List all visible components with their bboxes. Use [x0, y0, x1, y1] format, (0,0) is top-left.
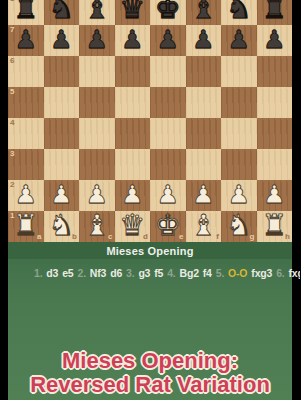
square-a2[interactable]: 2♟ — [8, 180, 44, 211]
piece-black-pawn: ♟ — [157, 27, 179, 52]
move[interactable]: d3 — [46, 267, 58, 279]
square-c3[interactable] — [79, 149, 115, 180]
square-g2[interactable]: ♟ — [221, 180, 257, 211]
video-frame: 8♜♞♝♛♚♝♞♜7♟♟♟♟♟♟♟♟65432♟♟♟♟♟♟♟♟1a♜b♞c♝d♛… — [0, 0, 300, 400]
square-c7[interactable]: ♟ — [79, 25, 115, 56]
piece-black-pawn: ♟ — [121, 27, 143, 52]
square-h7[interactable]: ♟ — [257, 25, 293, 56]
square-e2[interactable]: ♟ — [150, 180, 186, 211]
rank-label-6: 6 — [10, 57, 14, 65]
piece-white-pawn: ♟ — [157, 182, 179, 207]
square-g7[interactable]: ♟ — [221, 25, 257, 56]
piece-black-knight: ♞ — [226, 0, 252, 23]
piece-black-pawn: ♟ — [50, 27, 72, 52]
square-d3[interactable] — [115, 149, 151, 180]
move-number: 5. — [216, 267, 224, 279]
piece-black-pawn: ♟ — [263, 27, 285, 52]
move[interactable]: fxg3 — [289, 267, 301, 279]
caption-line-2: Reversed Rat Variation — [8, 373, 292, 397]
square-a6[interactable]: 6 — [8, 56, 44, 87]
square-g3[interactable] — [221, 149, 257, 180]
square-b8[interactable]: ♞ — [44, 0, 80, 25]
square-d5[interactable] — [115, 87, 151, 118]
move-list: 1.d3e52.Nf3d63.g3f54.Bg2f45.O-Ofxg36.fxg… — [8, 259, 292, 281]
move[interactable]: e5 — [62, 267, 73, 279]
piece-black-rook: ♜ — [261, 0, 287, 23]
rank-label-7: 7 — [10, 26, 14, 34]
move-number: 2. — [78, 267, 86, 279]
square-e1[interactable]: e♚ — [150, 211, 186, 242]
square-g1[interactable]: g♞ — [221, 211, 257, 242]
move-number: 3. — [126, 267, 134, 279]
square-b5[interactable] — [44, 87, 80, 118]
piece-white-knight: ♞ — [226, 211, 252, 240]
file-label-a: a — [37, 233, 41, 241]
piece-white-bishop: ♝ — [84, 211, 110, 240]
piece-white-pawn: ♟ — [263, 182, 285, 207]
square-d7[interactable]: ♟ — [115, 25, 151, 56]
square-h2[interactable]: ♟ — [257, 180, 293, 211]
square-b3[interactable] — [44, 149, 80, 180]
piece-black-pawn: ♟ — [228, 27, 250, 52]
rank-label-4: 4 — [10, 119, 14, 127]
analysis-panel: Mieses Opening 1.d3e52.Nf3d63.g3f54.Bg2f… — [8, 242, 292, 400]
piece-black-pawn: ♟ — [192, 27, 214, 52]
square-f8[interactable]: ♝ — [186, 0, 222, 25]
piece-white-queen: ♛ — [119, 211, 145, 240]
piece-white-pawn: ♟ — [86, 182, 108, 207]
file-label-d: d — [143, 233, 148, 241]
square-d2[interactable]: ♟ — [115, 180, 151, 211]
piece-white-pawn: ♟ — [121, 182, 143, 207]
square-f6[interactable] — [186, 56, 222, 87]
square-e6[interactable] — [150, 56, 186, 87]
piece-white-pawn: ♟ — [192, 182, 214, 207]
square-h6[interactable] — [257, 56, 293, 87]
piece-black-bishop: ♝ — [84, 0, 110, 23]
file-label-c: c — [108, 233, 112, 241]
opening-name-header: Mieses Opening — [8, 242, 292, 259]
piece-white-king: ♚ — [155, 211, 181, 240]
square-h4[interactable] — [257, 118, 293, 149]
square-g6[interactable] — [221, 56, 257, 87]
square-a7[interactable]: 7♟ — [8, 25, 44, 56]
piece-white-pawn: ♟ — [15, 182, 37, 207]
file-label-e: e — [179, 233, 183, 241]
square-f2[interactable]: ♟ — [186, 180, 222, 211]
square-b4[interactable] — [44, 118, 80, 149]
square-c4[interactable] — [79, 118, 115, 149]
square-c5[interactable] — [79, 87, 115, 118]
square-c6[interactable] — [79, 56, 115, 87]
move-number: 4. — [167, 267, 175, 279]
file-label-b: b — [72, 233, 77, 241]
move[interactable]: Nf3 — [90, 267, 106, 279]
square-f4[interactable] — [186, 118, 222, 149]
piece-white-rook: ♜ — [261, 211, 287, 240]
file-label-h: h — [285, 233, 290, 241]
square-e5[interactable] — [150, 87, 186, 118]
move[interactable]: f5 — [154, 267, 163, 279]
square-f3[interactable] — [186, 149, 222, 180]
piece-black-king: ♚ — [155, 0, 181, 23]
rank-label-2: 2 — [10, 181, 14, 189]
square-e8[interactable]: ♚ — [150, 0, 186, 25]
square-a8[interactable]: 8♜ — [8, 0, 44, 25]
square-h3[interactable] — [257, 149, 293, 180]
square-a3[interactable]: 3 — [8, 149, 44, 180]
move[interactable]: O-O — [228, 267, 247, 279]
piece-white-pawn: ♟ — [228, 182, 250, 207]
move-number: 1. — [34, 267, 42, 279]
piece-black-queen: ♛ — [119, 0, 145, 23]
move[interactable]: fxg3 — [251, 267, 272, 279]
move-number: 6. — [276, 267, 284, 279]
square-h5[interactable] — [257, 87, 293, 118]
piece-black-rook: ♜ — [13, 0, 39, 23]
rank-label-3: 3 — [10, 150, 14, 158]
square-c8[interactable]: ♝ — [79, 0, 115, 25]
piece-black-pawn: ♟ — [15, 27, 37, 52]
square-d6[interactable] — [115, 56, 151, 87]
piece-white-rook: ♜ — [13, 211, 39, 240]
square-g5[interactable] — [221, 87, 257, 118]
square-d4[interactable] — [115, 118, 151, 149]
square-h8[interactable]: ♜ — [257, 0, 293, 25]
video-caption: Mieses Opening: Reversed Rat Variation — [8, 349, 292, 396]
rank-label-8: 8 — [10, 0, 14, 3]
move[interactable]: d6 — [110, 267, 122, 279]
square-e4[interactable] — [150, 118, 186, 149]
piece-white-knight: ♞ — [48, 211, 74, 240]
square-b1[interactable]: b♞ — [44, 211, 80, 242]
move[interactable]: f4 — [203, 267, 212, 279]
file-label-f: f — [216, 233, 219, 241]
rank-label-1: 1 — [10, 212, 14, 220]
square-b7[interactable]: ♟ — [44, 25, 80, 56]
square-d8[interactable]: ♛ — [115, 0, 151, 25]
piece-white-bishop: ♝ — [190, 211, 216, 240]
square-b6[interactable] — [44, 56, 80, 87]
square-f5[interactable] — [186, 87, 222, 118]
rank-label-5: 5 — [10, 88, 14, 96]
square-g4[interactable] — [221, 118, 257, 149]
square-a1[interactable]: 1a♜ — [8, 211, 44, 242]
square-f1[interactable]: f♝ — [186, 211, 222, 242]
square-f7[interactable]: ♟ — [186, 25, 222, 56]
move[interactable]: Bg2 — [180, 267, 199, 279]
caption-line-1: Mieses Opening: — [8, 349, 292, 373]
chess-board: 8♜♞♝♛♚♝♞♜7♟♟♟♟♟♟♟♟65432♟♟♟♟♟♟♟♟1a♜b♞c♝d♛… — [8, 0, 292, 242]
content-column: 8♜♞♝♛♚♝♞♜7♟♟♟♟♟♟♟♟65432♟♟♟♟♟♟♟♟1a♜b♞c♝d♛… — [8, 0, 292, 400]
piece-black-knight: ♞ — [48, 0, 74, 23]
square-c1[interactable]: c♝ — [79, 211, 115, 242]
square-d1[interactable]: d♛ — [115, 211, 151, 242]
piece-black-pawn: ♟ — [86, 27, 108, 52]
piece-white-pawn: ♟ — [50, 182, 72, 207]
square-b2[interactable]: ♟ — [44, 180, 80, 211]
square-a5[interactable]: 5 — [8, 87, 44, 118]
file-label-g: g — [250, 233, 255, 241]
square-a4[interactable]: 4 — [8, 118, 44, 149]
square-h1[interactable]: h♜ — [257, 211, 293, 242]
square-e7[interactable]: ♟ — [150, 25, 186, 56]
square-e3[interactable] — [150, 149, 186, 180]
piece-black-bishop: ♝ — [190, 0, 216, 23]
move[interactable]: g3 — [138, 267, 150, 279]
square-c2[interactable]: ♟ — [79, 180, 115, 211]
square-g8[interactable]: ♞ — [221, 0, 257, 25]
